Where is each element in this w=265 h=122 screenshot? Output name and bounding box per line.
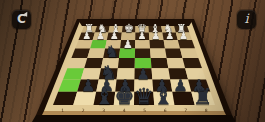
rotate-board-button[interactable]: C [12,10,31,29]
square-c5[interactable] [151,58,169,68]
square-b5[interactable] [167,58,186,68]
black-pawn-d6[interactable]: ♟ [137,65,150,83]
black-king-e8[interactable]: ♚ [114,83,134,109]
white-pawn-h2[interactable]: ♟ [82,30,91,41]
coord-label-2: 2 [82,108,85,113]
board-border-bevel [42,111,226,115]
coord-label-1: 1 [61,108,64,113]
black-pawn-g7[interactable]: ♟ [81,76,95,95]
info-icon: i [244,11,248,26]
black-pawn-b7[interactable]: ♟ [173,76,187,95]
black-bishop-f8[interactable]: ♝ [95,83,115,109]
square-c4[interactable] [150,49,167,58]
square-g4[interactable] [87,49,105,58]
square-d4[interactable] [135,49,151,58]
chess-app-screen: 12345678♜♞♝♚♛♝♞♜♟♟♟♟♟♟♟♟♞♞♟♟♟♟♟♟♟♝♚♛♝♜ C… [0,0,265,122]
black-queen-d8[interactable]: ♛ [134,83,154,109]
white-king-e1[interactable]: ♚ [124,22,134,35]
square-b3[interactable] [164,40,180,48]
chess-board: 12345678♜♞♝♚♛♝♞♜♟♟♟♟♟♟♟♟♞♞♟♟♟♟♟♟♟♝♚♛♝♜ [0,0,265,122]
black-rook-a8[interactable]: ♜ [193,83,213,109]
info-button[interactable]: i [237,10,256,29]
white-pawn-c2[interactable]: ♟ [152,30,161,41]
black-bishop-c8[interactable]: ♝ [154,83,174,109]
black-knight-f4[interactable]: ♞ [105,42,119,61]
square-d3[interactable] [135,40,150,48]
white-pawn-g2[interactable]: ♟ [96,30,105,41]
white-pawn-a2[interactable]: ♟ [179,30,188,41]
square-e5[interactable] [118,58,135,68]
square-a3[interactable] [178,40,195,48]
coord-label-7: 7 [184,108,187,113]
white-pawn-f2[interactable]: ♟ [110,30,119,41]
white-pawn-e3[interactable]: ♟ [123,38,133,51]
board-front-edge [32,115,236,122]
square-c3[interactable] [149,40,165,48]
square-b4[interactable] [165,49,182,58]
white-pawn-b2[interactable]: ♟ [165,30,174,41]
white-pawn-d2[interactable]: ♟ [138,30,147,41]
rotate-arrowhead-icon [22,12,29,19]
